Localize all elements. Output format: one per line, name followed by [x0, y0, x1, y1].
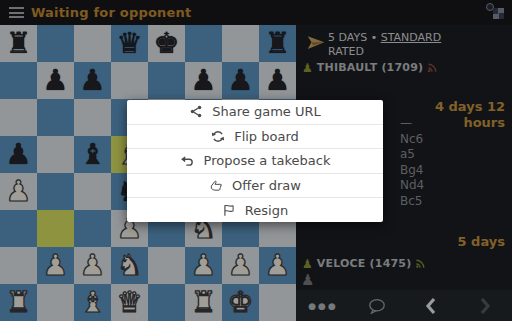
offer-draw-item[interactable]: Offer draw	[127, 174, 383, 199]
resign-flag-icon	[222, 203, 236, 218]
app-screen: Waiting for opponent ♜♛♚♜♟♟♟♟♟♞♟♝♝♟♟♞♟♝♟…	[0, 0, 512, 321]
menu-item-label: Share game URL	[212, 104, 320, 119]
game-actions-menu: Share game URL Flip board Propose a take…	[127, 100, 383, 222]
menu-item-label: Resign	[245, 203, 288, 218]
share-game-url-item[interactable]: Share game URL	[127, 100, 383, 125]
resign-item[interactable]: Resign	[127, 198, 383, 222]
menu-item-label: Propose a takeback	[204, 153, 331, 168]
draw-hand-icon	[209, 178, 223, 193]
share-icon	[189, 104, 203, 119]
takeback-icon	[180, 154, 195, 168]
flip-board-item[interactable]: Flip board	[127, 125, 383, 150]
propose-takeback-item[interactable]: Propose a takeback	[127, 149, 383, 174]
menu-item-label: Offer draw	[232, 178, 301, 193]
menu-item-label: Flip board	[234, 129, 299, 144]
flip-icon	[211, 129, 225, 144]
